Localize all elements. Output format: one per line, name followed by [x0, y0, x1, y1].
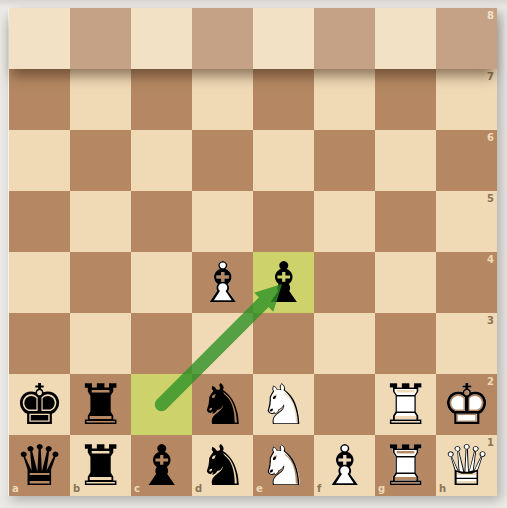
square-f5[interactable]	[314, 191, 375, 252]
square-f3[interactable]	[314, 313, 375, 374]
black-knight[interactable]: ♞	[192, 374, 253, 435]
black-bishop-glyph: ♝	[131, 435, 192, 496]
square-d3[interactable]	[192, 313, 253, 374]
white-queen-glyph-outline: ♕	[436, 435, 497, 496]
square-h7[interactable]: 7	[436, 69, 497, 130]
square-d7[interactable]	[192, 69, 253, 130]
square-h4[interactable]: 4	[436, 252, 497, 313]
square-a7[interactable]	[9, 69, 70, 130]
white-bishop[interactable]: ♝♗	[314, 435, 375, 496]
square-a3[interactable]	[9, 313, 70, 374]
rank-label-5: 5	[487, 194, 494, 204]
square-h2[interactable]: 2♚♔	[436, 374, 497, 435]
square-b8[interactable]	[70, 8, 131, 69]
black-king[interactable]: ♚	[9, 374, 70, 435]
square-b2[interactable]: ♜	[70, 374, 131, 435]
square-f7[interactable]	[314, 69, 375, 130]
square-b3[interactable]	[70, 313, 131, 374]
chess-app-background: { "game": "chess", "position": { "fen": …	[0, 0, 507, 508]
square-d8[interactable]	[192, 8, 253, 69]
square-f6[interactable]	[314, 130, 375, 191]
square-f8[interactable]	[314, 8, 375, 69]
black-rook-glyph: ♜	[70, 435, 131, 496]
rank-label-6: 6	[487, 133, 494, 143]
white-rook[interactable]: ♜♖	[375, 435, 436, 496]
square-b6[interactable]	[70, 130, 131, 191]
white-king[interactable]: ♚♔	[436, 374, 497, 435]
square-h6[interactable]: 6	[436, 130, 497, 191]
rank-label-7: 7	[487, 72, 494, 82]
white-rook[interactable]: ♜♖	[375, 374, 436, 435]
square-c6[interactable]	[131, 130, 192, 191]
square-g4[interactable]	[375, 252, 436, 313]
white-rook-glyph-outline: ♖	[375, 374, 436, 435]
square-d1[interactable]: d♞	[192, 435, 253, 496]
square-g1[interactable]: g♜♖	[375, 435, 436, 496]
white-knight-glyph-outline: ♘	[253, 435, 314, 496]
square-c3[interactable]	[131, 313, 192, 374]
white-bishop[interactable]: ♝♗	[192, 252, 253, 313]
square-h3[interactable]: 3	[436, 313, 497, 374]
black-queen-glyph: ♛	[9, 435, 70, 496]
square-a8[interactable]	[9, 8, 70, 69]
square-b7[interactable]	[70, 69, 131, 130]
square-e3[interactable]	[253, 313, 314, 374]
black-rook[interactable]: ♜	[70, 374, 131, 435]
black-bishop-glyph: ♝	[253, 252, 314, 313]
white-rook-glyph-outline: ♖	[375, 435, 436, 496]
square-c1[interactable]: c♝	[131, 435, 192, 496]
rank-label-4: 4	[487, 255, 494, 265]
square-c8[interactable]	[131, 8, 192, 69]
white-queen[interactable]: ♛♕	[436, 435, 497, 496]
square-c4[interactable]	[131, 252, 192, 313]
square-f2[interactable]	[314, 374, 375, 435]
square-a1[interactable]: a♛	[9, 435, 70, 496]
square-e1[interactable]: e♞♘	[253, 435, 314, 496]
square-e5[interactable]	[253, 191, 314, 252]
black-bishop[interactable]: ♝	[253, 252, 314, 313]
white-bishop-glyph-outline: ♗	[192, 252, 253, 313]
square-e2[interactable]: ♞♘	[253, 374, 314, 435]
white-bishop-glyph-outline: ♗	[314, 435, 375, 496]
board-grid: 8765♝♗♝43♚♜♞♞♘♜♖2♚♔a♛b♜c♝d♞e♞♘f♝♗g♜♖h1♛♕	[9, 8, 497, 496]
square-h5[interactable]: 5	[436, 191, 497, 252]
square-g5[interactable]	[375, 191, 436, 252]
square-d2[interactable]: ♞	[192, 374, 253, 435]
chess-board: 8765♝♗♝43♚♜♞♞♘♜♖2♚♔a♛b♜c♝d♞e♞♘f♝♗g♜♖h1♛♕	[8, 8, 497, 496]
square-f4[interactable]	[314, 252, 375, 313]
square-a2[interactable]: ♚	[9, 374, 70, 435]
rank-label-8: 8	[487, 11, 494, 21]
black-bishop[interactable]: ♝	[131, 435, 192, 496]
square-a4[interactable]	[9, 252, 70, 313]
square-g8[interactable]	[375, 8, 436, 69]
square-g2[interactable]: ♜♖	[375, 374, 436, 435]
square-h1[interactable]: h1♛♕	[436, 435, 497, 496]
square-g6[interactable]	[375, 130, 436, 191]
square-b5[interactable]	[70, 191, 131, 252]
black-queen[interactable]: ♛	[9, 435, 70, 496]
square-e7[interactable]	[253, 69, 314, 130]
black-rook[interactable]: ♜	[70, 435, 131, 496]
square-a5[interactable]	[9, 191, 70, 252]
white-knight[interactable]: ♞♘	[253, 374, 314, 435]
black-knight-glyph: ♞	[192, 374, 253, 435]
square-f1[interactable]: f♝♗	[314, 435, 375, 496]
square-g7[interactable]	[375, 69, 436, 130]
white-knight-glyph-outline: ♘	[253, 374, 314, 435]
black-king-glyph: ♚	[9, 374, 70, 435]
black-rook-glyph: ♜	[70, 374, 131, 435]
square-e6[interactable]	[253, 130, 314, 191]
black-knight-glyph: ♞	[192, 435, 253, 496]
square-h8[interactable]: 8	[436, 8, 497, 69]
square-g3[interactable]	[375, 313, 436, 374]
square-b4[interactable]	[70, 252, 131, 313]
square-a6[interactable]	[9, 130, 70, 191]
rank-label-3: 3	[487, 316, 494, 326]
square-c7[interactable]	[131, 69, 192, 130]
square-e4[interactable]: ♝	[253, 252, 314, 313]
square-e8[interactable]	[253, 8, 314, 69]
white-knight[interactable]: ♞♘	[253, 435, 314, 496]
square-d6[interactable]	[192, 130, 253, 191]
black-knight[interactable]: ♞	[192, 435, 253, 496]
white-king-glyph-outline: ♔	[436, 374, 497, 435]
square-b1[interactable]: b♜	[70, 435, 131, 496]
square-d4[interactable]: ♝♗	[192, 252, 253, 313]
square-d5[interactable]	[192, 191, 253, 252]
square-c5[interactable]	[131, 191, 192, 252]
square-c2[interactable]	[131, 374, 192, 435]
